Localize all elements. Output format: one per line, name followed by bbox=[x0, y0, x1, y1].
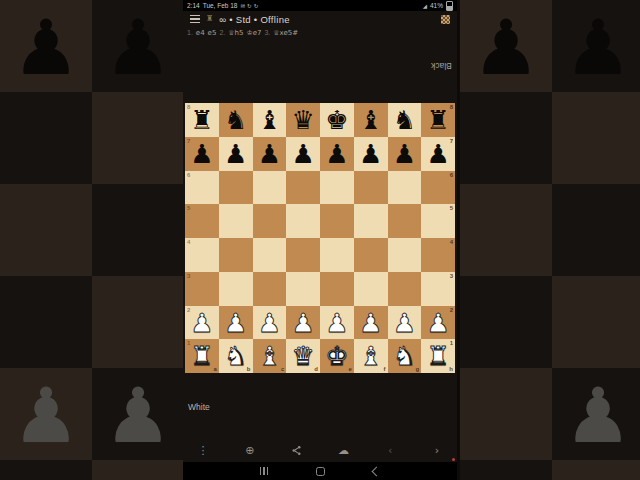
square-f1[interactable]: ♝f bbox=[354, 339, 388, 373]
square-h7[interactable]: ♟7 bbox=[421, 137, 455, 171]
backdrop-grey-pawn: ♟ bbox=[552, 368, 640, 460]
backdrop-square bbox=[552, 276, 640, 368]
coord-c: c bbox=[281, 366, 284, 372]
player-label-black: Black bbox=[431, 61, 452, 71]
notification-icons: ✉↻↻ bbox=[240, 3, 258, 9]
coord-7: 7 bbox=[187, 138, 190, 144]
square-g3[interactable] bbox=[388, 272, 422, 306]
backdrop-square bbox=[460, 184, 552, 276]
square-e8[interactable]: ♚ bbox=[320, 103, 354, 137]
square-f3[interactable] bbox=[354, 272, 388, 306]
square-c5[interactable] bbox=[253, 204, 287, 238]
square-g8[interactable]: ♞ bbox=[388, 103, 422, 137]
square-a5[interactable]: 5 bbox=[185, 204, 219, 238]
coord-2: 2 bbox=[187, 307, 190, 313]
backdrop-square bbox=[460, 460, 552, 480]
menu-icon[interactable] bbox=[190, 15, 200, 24]
white-pawn: ♟ bbox=[354, 306, 388, 340]
coord-6: 6 bbox=[450, 172, 453, 178]
player-label-white: White bbox=[188, 402, 210, 412]
app-bar: ♜ ∞ • Std • Offline bbox=[183, 10, 457, 28]
square-h6[interactable]: 6 bbox=[421, 171, 455, 205]
forward-button[interactable]: › bbox=[431, 445, 443, 456]
coord-7: 7 bbox=[450, 138, 453, 144]
coord-1: 1 bbox=[187, 340, 190, 346]
square-f8[interactable]: ♝ bbox=[354, 103, 388, 137]
nav-back-button[interactable] bbox=[372, 466, 382, 476]
square-g7[interactable]: ♟ bbox=[388, 137, 422, 171]
black-pawn: ♟ bbox=[320, 137, 354, 171]
coord-g: g bbox=[416, 366, 420, 372]
backdrop-square bbox=[92, 460, 183, 480]
backdrop-square bbox=[0, 184, 92, 276]
vibrate-icon: ◢ bbox=[423, 3, 427, 9]
square-e2[interactable]: ♟ bbox=[320, 306, 354, 340]
square-e5[interactable] bbox=[320, 204, 354, 238]
backdrop-grey-pawn: ♟ bbox=[92, 368, 183, 460]
coord-4: 4 bbox=[187, 239, 190, 245]
move-san[interactable]: e4 bbox=[196, 27, 205, 39]
black-pawn: ♟ bbox=[354, 137, 388, 171]
square-b6[interactable] bbox=[219, 171, 253, 205]
black-pawn: ♟ bbox=[388, 137, 422, 171]
backdrop-square bbox=[92, 184, 183, 276]
square-d3[interactable] bbox=[286, 272, 320, 306]
square-b8[interactable]: ♞ bbox=[219, 103, 253, 137]
square-h2[interactable]: ♟2 bbox=[421, 306, 455, 340]
phone-screen: 2:14 Tue, Feb 18 ✉↻↻ ◢ 41% ♜ ∞ • Std • O… bbox=[183, 0, 457, 480]
action-bar: ⋮⊕☁‹› bbox=[183, 438, 457, 462]
back-button[interactable]: ‹ bbox=[384, 445, 396, 456]
square-f7[interactable]: ♟ bbox=[354, 137, 388, 171]
square-c1[interactable]: ♝c bbox=[253, 339, 287, 373]
square-e1[interactable]: ♚e bbox=[320, 339, 354, 373]
square-d4[interactable] bbox=[286, 238, 320, 272]
square-g6[interactable] bbox=[388, 171, 422, 205]
square-b5[interactable] bbox=[219, 204, 253, 238]
white-pawn: ♟ bbox=[253, 306, 287, 340]
move-number: 1. bbox=[187, 27, 193, 39]
square-d6[interactable] bbox=[286, 171, 320, 205]
square-c4[interactable] bbox=[253, 238, 287, 272]
square-c6[interactable] bbox=[253, 171, 287, 205]
black-pawn: ♟ bbox=[286, 137, 320, 171]
move-number: 2. bbox=[219, 27, 225, 39]
chess-board: ♜8♞♝♛♚♝♞♜8♟7♟♟♟♟♟♟♟766554433♟2♟♟♟♟♟♟♟2♜1… bbox=[185, 103, 455, 373]
coord-3: 3 bbox=[450, 273, 453, 279]
square-h4[interactable]: 4 bbox=[421, 238, 455, 272]
square-d7[interactable]: ♟ bbox=[286, 137, 320, 171]
white-bishop: ♝ bbox=[354, 339, 388, 373]
square-a8[interactable]: ♜8 bbox=[185, 103, 219, 137]
nav-recents-button[interactable] bbox=[260, 467, 269, 475]
message-icon: ✉ bbox=[240, 3, 245, 9]
move-san[interactable]: ♔e7 bbox=[246, 27, 261, 39]
square-g5[interactable] bbox=[388, 204, 422, 238]
new-game-button[interactable]: ⊕ bbox=[244, 445, 256, 456]
move-list[interactable]: 1.e4e52.♕h5♔e73.♕xe5# bbox=[187, 27, 453, 39]
backdrop-left: ♟♟♟♟ bbox=[0, 0, 183, 480]
square-a7[interactable]: ♟7 bbox=[185, 137, 219, 171]
nav-home-button[interactable] bbox=[316, 467, 325, 476]
analysis-button[interactable]: ☁ bbox=[337, 445, 349, 456]
backdrop-black-pawn: ♟ bbox=[460, 0, 552, 92]
coord-a: a bbox=[213, 366, 216, 372]
backdrop-square bbox=[552, 184, 640, 276]
white-pawn: ♟ bbox=[320, 306, 354, 340]
clock-time: 2:14 bbox=[187, 2, 200, 9]
square-c3[interactable] bbox=[253, 272, 287, 306]
black-queen: ♛ bbox=[286, 103, 320, 137]
square-g2[interactable]: ♟ bbox=[388, 306, 422, 340]
coord-h: h bbox=[449, 366, 453, 372]
square-e6[interactable] bbox=[320, 171, 354, 205]
square-d1[interactable]: ♛d bbox=[286, 339, 320, 373]
android-nav-bar bbox=[183, 462, 457, 480]
square-d8[interactable]: ♛ bbox=[286, 103, 320, 137]
black-king: ♚ bbox=[320, 103, 354, 137]
move-san[interactable]: ♕xe5# bbox=[273, 27, 298, 39]
black-knight: ♞ bbox=[219, 103, 253, 137]
sync-icon: ↻ bbox=[247, 3, 252, 9]
game-title: ∞ • Std • Offline bbox=[219, 14, 290, 25]
move-number: 3. bbox=[264, 27, 270, 39]
square-h8[interactable]: ♜8 bbox=[421, 103, 455, 137]
coord-d: d bbox=[314, 366, 318, 372]
battery-icon bbox=[446, 1, 453, 11]
square-b7[interactable]: ♟ bbox=[219, 137, 253, 171]
square-h5[interactable]: 5 bbox=[421, 204, 455, 238]
coord-4: 4 bbox=[450, 239, 453, 245]
battery-percent: 41% bbox=[430, 2, 443, 9]
white-pawn: ♟ bbox=[286, 306, 320, 340]
backdrop-right: ♟♟♟ bbox=[457, 0, 640, 480]
backdrop-square bbox=[460, 368, 552, 460]
coord-3: 3 bbox=[187, 273, 190, 279]
square-g1[interactable]: ♞g bbox=[388, 339, 422, 373]
square-e3[interactable] bbox=[320, 272, 354, 306]
backdrop-square bbox=[0, 92, 92, 184]
record-indicator-dot bbox=[452, 458, 455, 461]
square-h1[interactable]: ♜1h bbox=[421, 339, 455, 373]
square-d5[interactable] bbox=[286, 204, 320, 238]
square-a2[interactable]: ♟2 bbox=[185, 306, 219, 340]
square-f6[interactable] bbox=[354, 171, 388, 205]
black-pawn: ♟ bbox=[253, 137, 287, 171]
black-bishop: ♝ bbox=[354, 103, 388, 137]
square-f4[interactable] bbox=[354, 238, 388, 272]
coord-5: 5 bbox=[187, 205, 190, 211]
system-icons: ◢ bbox=[423, 3, 427, 9]
menu-button[interactable]: ⋮ bbox=[197, 445, 209, 456]
coord-b: b bbox=[247, 366, 251, 372]
square-b1[interactable]: ♞b bbox=[219, 339, 253, 373]
square-c2[interactable]: ♟ bbox=[253, 306, 287, 340]
square-e7[interactable]: ♟ bbox=[320, 137, 354, 171]
backdrop-square bbox=[552, 460, 640, 480]
coord-5: 5 bbox=[450, 205, 453, 211]
square-b3[interactable] bbox=[219, 272, 253, 306]
coord-2: 2 bbox=[450, 307, 453, 313]
backdrop-square bbox=[92, 276, 183, 368]
coord-6: 6 bbox=[187, 172, 190, 178]
backdrop-square bbox=[460, 92, 552, 184]
backdrop-square bbox=[552, 92, 640, 184]
game-mode-icon: ♜ bbox=[206, 15, 213, 23]
backdrop-black-pawn: ♟ bbox=[92, 0, 183, 92]
backdrop-square bbox=[460, 276, 552, 368]
square-f5[interactable] bbox=[354, 204, 388, 238]
square-e4[interactable] bbox=[320, 238, 354, 272]
backdrop-black-pawn: ♟ bbox=[552, 0, 640, 92]
backdrop-square bbox=[0, 276, 92, 368]
white-pawn: ♟ bbox=[388, 306, 422, 340]
white-pawn: ♟ bbox=[219, 306, 253, 340]
square-a3[interactable]: 3 bbox=[185, 272, 219, 306]
share-button[interactable] bbox=[291, 445, 303, 456]
square-c8[interactable]: ♝ bbox=[253, 103, 287, 137]
backdrop-grey-pawn: ♟ bbox=[0, 368, 92, 460]
square-g4[interactable] bbox=[388, 238, 422, 272]
screenshot-stage: ♟♟♟♟ ♟♟♟ 2:14 Tue, Feb 18 ✉↻↻ ◢ 41% ♜ ∞ … bbox=[0, 0, 640, 480]
square-a1[interactable]: ♜1a bbox=[185, 339, 219, 373]
black-bishop: ♝ bbox=[253, 103, 287, 137]
move-san[interactable]: e5 bbox=[208, 27, 217, 39]
square-c7[interactable]: ♟ bbox=[253, 137, 287, 171]
coord-8: 8 bbox=[187, 104, 190, 110]
black-knight: ♞ bbox=[388, 103, 422, 137]
black-pawn: ♟ bbox=[219, 137, 253, 171]
square-f2[interactable]: ♟ bbox=[354, 306, 388, 340]
backdrop-square bbox=[92, 92, 183, 184]
square-b2[interactable]: ♟ bbox=[219, 306, 253, 340]
square-a4[interactable]: 4 bbox=[185, 238, 219, 272]
coord-1: 1 bbox=[450, 340, 453, 346]
move-san[interactable]: ♕h5 bbox=[228, 27, 243, 39]
square-b4[interactable] bbox=[219, 238, 253, 272]
coord-f: f bbox=[384, 366, 386, 372]
square-h3[interactable]: 3 bbox=[421, 272, 455, 306]
board-icon[interactable] bbox=[441, 15, 450, 24]
date-label: Tue, Feb 18 bbox=[203, 2, 238, 9]
coord-e: e bbox=[348, 366, 351, 372]
square-d2[interactable]: ♟ bbox=[286, 306, 320, 340]
sync-icon: ↻ bbox=[254, 3, 259, 9]
backdrop-square bbox=[0, 460, 92, 480]
backdrop-black-pawn: ♟ bbox=[0, 0, 92, 92]
square-a6[interactable]: 6 bbox=[185, 171, 219, 205]
coord-8: 8 bbox=[450, 104, 453, 110]
